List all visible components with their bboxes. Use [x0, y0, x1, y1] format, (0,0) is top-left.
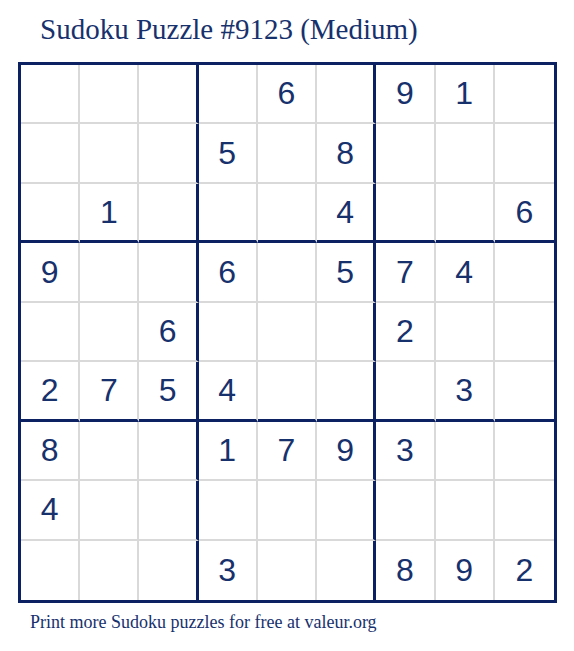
- cell-r6c1: 2: [21, 362, 80, 421]
- cell-r7c4: 1: [199, 422, 258, 481]
- cell-r4c9: [495, 243, 554, 302]
- puzzle-title: Sudoku Puzzle #9123 (Medium): [40, 13, 418, 46]
- cell-r6c8: 3: [436, 362, 495, 421]
- cell-r6c2: 7: [80, 362, 139, 421]
- cell-r3c4: [199, 184, 258, 243]
- cell-r1c4: [199, 65, 258, 124]
- cell-r1c2: [80, 65, 139, 124]
- cell-r7c3: [139, 422, 198, 481]
- cell-r2c2: [80, 124, 139, 183]
- cell-r3c3: [139, 184, 198, 243]
- cell-r7c2: [80, 422, 139, 481]
- cell-r7c9: [495, 422, 554, 481]
- cell-r9c6: [317, 541, 376, 600]
- cell-r3c9: 6: [495, 184, 554, 243]
- cell-r6c4: 4: [199, 362, 258, 421]
- cell-r4c5: [258, 243, 317, 302]
- cell-r7c5: 7: [258, 422, 317, 481]
- cell-r9c8: 9: [436, 541, 495, 600]
- cell-r2c3: [139, 124, 198, 183]
- cell-r3c7: [376, 184, 435, 243]
- cell-r7c8: [436, 422, 495, 481]
- cell-r9c3: [139, 541, 198, 600]
- cell-r3c2: 1: [80, 184, 139, 243]
- cell-r4c4: 6: [199, 243, 258, 302]
- footer-text: Print more Sudoku puzzles for free at va…: [30, 612, 377, 634]
- cell-r8c7: [376, 481, 435, 540]
- cell-r5c6: [317, 303, 376, 362]
- cell-r9c2: [80, 541, 139, 600]
- cell-r4c7: 7: [376, 243, 435, 302]
- cell-r1c3: [139, 65, 198, 124]
- cell-r8c2: [80, 481, 139, 540]
- cell-r2c5: [258, 124, 317, 183]
- cell-r2c6: 8: [317, 124, 376, 183]
- cell-r4c1: 9: [21, 243, 80, 302]
- cell-r5c7: 2: [376, 303, 435, 362]
- cell-r8c8: [436, 481, 495, 540]
- cell-r9c1: [21, 541, 80, 600]
- cell-r6c5: [258, 362, 317, 421]
- cell-r1c6: [317, 65, 376, 124]
- cell-r8c5: [258, 481, 317, 540]
- cell-r5c9: [495, 303, 554, 362]
- cell-r2c1: [21, 124, 80, 183]
- cell-r3c6: 4: [317, 184, 376, 243]
- cell-r2c9: [495, 124, 554, 183]
- cell-r5c4: [199, 303, 258, 362]
- cell-r8c1: 4: [21, 481, 80, 540]
- cell-r4c8: 4: [436, 243, 495, 302]
- cell-r8c4: [199, 481, 258, 540]
- cell-r4c3: [139, 243, 198, 302]
- cell-r2c7: [376, 124, 435, 183]
- cell-r1c5: 6: [258, 65, 317, 124]
- cell-r5c3: 6: [139, 303, 198, 362]
- cell-r9c9: 2: [495, 541, 554, 600]
- cell-r4c2: [80, 243, 139, 302]
- cell-r9c4: 3: [199, 541, 258, 600]
- cell-r9c7: 8: [376, 541, 435, 600]
- cell-r5c2: [80, 303, 139, 362]
- cell-r8c3: [139, 481, 198, 540]
- cell-r2c8: [436, 124, 495, 183]
- cell-r6c9: [495, 362, 554, 421]
- cell-r1c9: [495, 65, 554, 124]
- cell-r1c1: [21, 65, 80, 124]
- cell-r6c6: [317, 362, 376, 421]
- cell-r9c5: [258, 541, 317, 600]
- cell-r7c6: 9: [317, 422, 376, 481]
- cell-r5c5: [258, 303, 317, 362]
- sudoku-board: 691581469657462275438179343892: [18, 62, 557, 603]
- cell-r5c1: [21, 303, 80, 362]
- cell-r3c1: [21, 184, 80, 243]
- cell-r3c5: [258, 184, 317, 243]
- cell-r4c6: 5: [317, 243, 376, 302]
- cell-r6c7: [376, 362, 435, 421]
- cell-r7c7: 3: [376, 422, 435, 481]
- cell-r8c6: [317, 481, 376, 540]
- cell-r7c1: 8: [21, 422, 80, 481]
- cell-r8c9: [495, 481, 554, 540]
- cell-r6c3: 5: [139, 362, 198, 421]
- cell-r3c8: [436, 184, 495, 243]
- cell-r5c8: [436, 303, 495, 362]
- cell-r1c7: 9: [376, 65, 435, 124]
- cell-r1c8: 1: [436, 65, 495, 124]
- cell-r2c4: 5: [199, 124, 258, 183]
